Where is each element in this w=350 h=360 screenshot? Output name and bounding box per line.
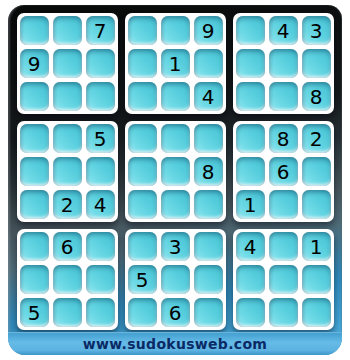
cell-r7c9[interactable]: 1 [302, 232, 331, 261]
cell-r9c1[interactable]: 5 [20, 298, 49, 327]
cell-r9c6[interactable] [194, 298, 223, 327]
cell-r9c2[interactable] [53, 298, 82, 327]
cell-r4c5[interactable] [161, 124, 190, 153]
cell-r1c4[interactable] [128, 16, 157, 45]
cell-r2c8[interactable] [269, 49, 298, 78]
cell-r7c4[interactable] [128, 232, 157, 261]
cell-r1c9[interactable]: 3 [302, 16, 331, 45]
cell-r8c1[interactable] [20, 265, 49, 294]
cell-r4c1[interactable] [20, 124, 49, 153]
cell-r6c7[interactable]: 1 [236, 190, 265, 219]
cell-r2c2[interactable] [53, 49, 82, 78]
cell-r2c9[interactable] [302, 49, 331, 78]
cell-r1c2[interactable] [53, 16, 82, 45]
cell-r9c7[interactable] [236, 298, 265, 327]
cell-r7c1[interactable] [20, 232, 49, 261]
cell-r8c6[interactable] [194, 265, 223, 294]
box-0-2: 438 [233, 13, 334, 114]
cell-r6c6[interactable] [194, 190, 223, 219]
cell-r3c6[interactable]: 4 [194, 82, 223, 111]
sudoku-board: 79914438524882616535641 www.sudokusweb.c… [8, 5, 342, 355]
cell-r5c9[interactable] [302, 157, 331, 186]
cell-r9c8[interactable] [269, 298, 298, 327]
cell-r4c4[interactable] [128, 124, 157, 153]
cell-r9c3[interactable] [86, 298, 115, 327]
sudoku-grid: 79914438524882616535641 [8, 5, 342, 330]
cell-r8c8[interactable] [269, 265, 298, 294]
cell-r6c5[interactable] [161, 190, 190, 219]
cell-r3c4[interactable] [128, 82, 157, 111]
cell-r5c4[interactable] [128, 157, 157, 186]
cell-r8c4[interactable]: 5 [128, 265, 157, 294]
cell-r7c3[interactable] [86, 232, 115, 261]
cell-r4c2[interactable] [53, 124, 82, 153]
cell-r3c5[interactable] [161, 82, 190, 111]
cell-r3c9[interactable]: 8 [302, 82, 331, 111]
cell-r3c8[interactable] [269, 82, 298, 111]
cell-r3c1[interactable] [20, 82, 49, 111]
cell-r1c3[interactable]: 7 [86, 16, 115, 45]
cell-r7c7[interactable]: 4 [236, 232, 265, 261]
page: 79914438524882616535641 www.sudokusweb.c… [0, 0, 350, 360]
cell-r9c9[interactable] [302, 298, 331, 327]
box-2-0: 65 [17, 229, 118, 330]
box-2-2: 41 [233, 229, 334, 330]
cell-r5c3[interactable] [86, 157, 115, 186]
cell-r7c8[interactable] [269, 232, 298, 261]
cell-r4c7[interactable] [236, 124, 265, 153]
box-2-1: 356 [125, 229, 226, 330]
cell-r5c1[interactable] [20, 157, 49, 186]
cell-r8c7[interactable] [236, 265, 265, 294]
cell-r8c9[interactable] [302, 265, 331, 294]
cell-r8c2[interactable] [53, 265, 82, 294]
cell-r5c2[interactable] [53, 157, 82, 186]
cell-r5c8[interactable]: 6 [269, 157, 298, 186]
cell-r7c2[interactable]: 6 [53, 232, 82, 261]
cell-r9c5[interactable]: 6 [161, 298, 190, 327]
cell-r1c8[interactable]: 4 [269, 16, 298, 45]
box-0-1: 914 [125, 13, 226, 114]
cell-r1c5[interactable] [161, 16, 190, 45]
cell-r3c7[interactable] [236, 82, 265, 111]
cell-r8c5[interactable] [161, 265, 190, 294]
cell-r4c9[interactable]: 2 [302, 124, 331, 153]
cell-r1c1[interactable] [20, 16, 49, 45]
cell-r6c9[interactable] [302, 190, 331, 219]
cell-r7c6[interactable] [194, 232, 223, 261]
cell-r8c3[interactable] [86, 265, 115, 294]
cell-r5c5[interactable] [161, 157, 190, 186]
cell-r5c6[interactable]: 8 [194, 157, 223, 186]
footer: www.sudokusweb.com [8, 332, 342, 355]
site-link[interactable]: www.sudokusweb.com [83, 336, 267, 352]
box-0-0: 79 [17, 13, 118, 114]
cell-r6c3[interactable]: 4 [86, 190, 115, 219]
cell-r6c4[interactable] [128, 190, 157, 219]
cell-r1c6[interactable]: 9 [194, 16, 223, 45]
cell-r4c6[interactable] [194, 124, 223, 153]
cell-r3c3[interactable] [86, 82, 115, 111]
cell-r6c2[interactable]: 2 [53, 190, 82, 219]
cell-r3c2[interactable] [53, 82, 82, 111]
cell-r2c1[interactable]: 9 [20, 49, 49, 78]
cell-r2c3[interactable] [86, 49, 115, 78]
cell-r5c7[interactable] [236, 157, 265, 186]
box-1-1: 8 [125, 121, 226, 222]
cell-r4c3[interactable]: 5 [86, 124, 115, 153]
box-1-2: 8261 [233, 121, 334, 222]
cell-r2c7[interactable] [236, 49, 265, 78]
cell-r2c6[interactable] [194, 49, 223, 78]
cell-r2c4[interactable] [128, 49, 157, 78]
cell-r9c4[interactable] [128, 298, 157, 327]
cell-r1c7[interactable] [236, 16, 265, 45]
cell-r2c5[interactable]: 1 [161, 49, 190, 78]
cell-r7c5[interactable]: 3 [161, 232, 190, 261]
box-1-0: 524 [17, 121, 118, 222]
cell-r6c8[interactable] [269, 190, 298, 219]
cell-r6c1[interactable] [20, 190, 49, 219]
cell-r4c8[interactable]: 8 [269, 124, 298, 153]
